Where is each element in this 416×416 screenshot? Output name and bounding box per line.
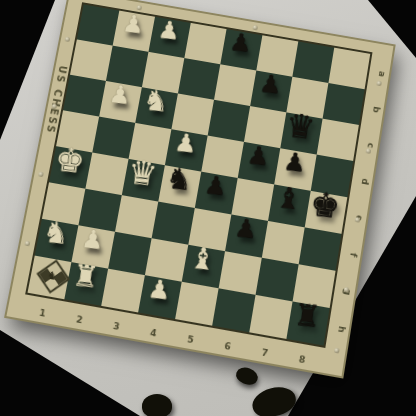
grommet-icon <box>24 241 30 247</box>
white-pawn-piece[interactable]: ♟ <box>72 219 113 260</box>
white-knight-piece[interactable]: ♞ <box>35 213 76 254</box>
black-queen-piece[interactable]: ♛ <box>281 106 321 146</box>
black-rook-piece[interactable]: ♜ <box>287 295 328 337</box>
captured-piece <box>142 394 172 416</box>
white-knight-piece[interactable]: ♞ <box>136 81 176 121</box>
black-bishop-piece[interactable]: ♝ <box>268 178 308 219</box>
white-pawn-piece[interactable]: ♟ <box>165 123 206 163</box>
grommet-icon <box>38 171 44 177</box>
square-h6[interactable] <box>212 288 255 332</box>
black-king-piece[interactable]: ♚ <box>305 185 345 226</box>
black-knight-piece[interactable]: ♞ <box>159 159 200 200</box>
black-pawn-piece[interactable]: ♟ <box>225 208 266 249</box>
white-pawn-piece[interactable]: ♟ <box>113 5 153 44</box>
white-rook-piece[interactable]: ♜ <box>65 256 107 297</box>
board-grid: ♟♟♟♟♟♞♛♟♟♟♚♛♞♟♝♚♟♞♟♝♜♟♜ <box>28 4 371 345</box>
rank-label-2: 2 <box>60 311 99 328</box>
square-g5[interactable]: ♝ <box>182 245 225 289</box>
white-pawn-piece[interactable]: ♟ <box>100 75 141 115</box>
white-king-piece[interactable]: ♚ <box>49 140 90 180</box>
black-pawn-piece[interactable]: ♟ <box>195 166 236 207</box>
chess-board: ♟♟♟♟♟♞♛♟♟♟♚♛♞♟♝♚♟♞♟♝♜♟♜ 12345678 abcdefg… <box>6 0 393 376</box>
rank-label-3: 3 <box>97 318 136 335</box>
white-bishop-piece[interactable]: ♝ <box>182 239 223 280</box>
rank-label-1: 1 <box>23 305 62 322</box>
rank-label-8: 8 <box>283 351 322 368</box>
white-pawn-piece[interactable]: ♟ <box>139 269 180 311</box>
rank-label-4: 4 <box>134 325 173 342</box>
square-a7[interactable] <box>292 41 334 83</box>
black-pawn-piece[interactable]: ♟ <box>274 142 314 182</box>
grommet-icon <box>334 348 340 354</box>
square-f7[interactable] <box>262 221 305 264</box>
white-queen-piece[interactable]: ♛ <box>122 153 163 193</box>
file-label-h: h <box>322 323 360 336</box>
black-pawn-piece[interactable]: ♟ <box>250 65 290 105</box>
black-pawn-piece[interactable]: ♟ <box>238 136 278 176</box>
square-b4[interactable] <box>178 58 220 100</box>
rank-label-7: 7 <box>245 345 284 362</box>
white-pawn-piece[interactable]: ♟ <box>149 11 189 50</box>
uschess-logo-icon: ♞ <box>35 258 71 293</box>
square-g6[interactable] <box>219 251 262 295</box>
grommet-icon <box>65 36 71 42</box>
square-f6[interactable]: ♟ <box>225 214 268 257</box>
rank-label-6: 6 <box>208 338 247 355</box>
square-h5[interactable] <box>175 282 219 326</box>
rank-label-5: 5 <box>171 331 210 348</box>
